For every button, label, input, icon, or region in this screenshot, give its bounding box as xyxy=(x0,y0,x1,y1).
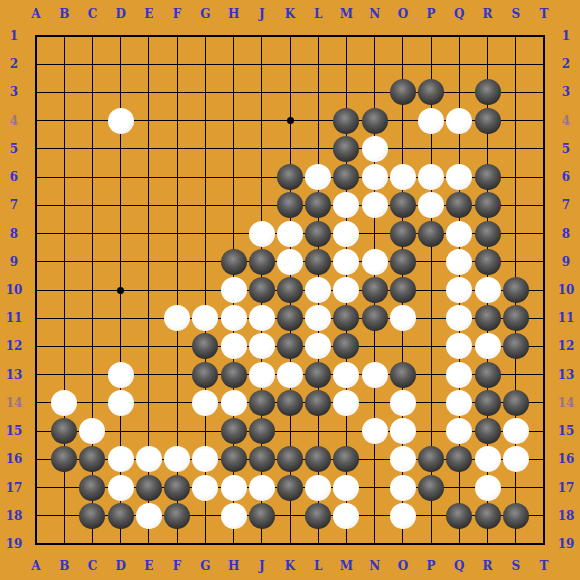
row-label-right: 11 xyxy=(552,310,580,326)
row-label-right: 7 xyxy=(552,197,580,213)
column-label-bottom: Q xyxy=(445,558,473,574)
white-stone xyxy=(503,446,529,472)
white-stone xyxy=(136,503,162,529)
column-label-bottom: K xyxy=(276,558,304,574)
black-stone xyxy=(164,475,190,501)
white-stone xyxy=(277,221,303,247)
white-stone xyxy=(362,249,388,275)
white-stone xyxy=(362,362,388,388)
column-label-bottom: O xyxy=(389,558,417,574)
star-point xyxy=(117,287,124,294)
column-label-bottom: C xyxy=(78,558,106,574)
black-stone xyxy=(475,221,501,247)
white-stone xyxy=(475,277,501,303)
white-stone xyxy=(108,446,134,472)
black-stone xyxy=(390,277,416,303)
white-stone xyxy=(249,362,275,388)
black-stone xyxy=(249,418,275,444)
row-label-left: 2 xyxy=(0,56,28,72)
black-stone xyxy=(475,79,501,105)
white-stone xyxy=(362,418,388,444)
white-stone xyxy=(108,108,134,134)
black-stone xyxy=(390,249,416,275)
white-stone xyxy=(362,164,388,190)
white-stone xyxy=(51,390,77,416)
column-label-bottom: P xyxy=(417,558,445,574)
row-label-right: 4 xyxy=(552,113,580,129)
row-label-right: 5 xyxy=(552,141,580,157)
row-label-left: 5 xyxy=(0,141,28,157)
black-stone xyxy=(475,249,501,275)
column-label-bottom: T xyxy=(530,558,558,574)
column-label-bottom: F xyxy=(163,558,191,574)
white-stone xyxy=(390,503,416,529)
column-label-bottom: A xyxy=(22,558,50,574)
column-label-top: M xyxy=(332,6,360,22)
black-stone xyxy=(277,475,303,501)
white-stone xyxy=(108,390,134,416)
column-label-bottom: S xyxy=(502,558,530,574)
row-label-left: 10 xyxy=(0,282,28,298)
column-label-top: T xyxy=(530,6,558,22)
black-stone xyxy=(305,249,331,275)
black-stone xyxy=(305,503,331,529)
column-label-bottom: D xyxy=(107,558,135,574)
white-stone xyxy=(503,418,529,444)
white-stone xyxy=(249,475,275,501)
white-stone xyxy=(390,164,416,190)
black-stone xyxy=(446,503,472,529)
black-stone xyxy=(475,503,501,529)
row-label-right: 9 xyxy=(552,254,580,270)
black-stone xyxy=(249,390,275,416)
white-stone xyxy=(192,475,218,501)
column-label-top: R xyxy=(474,6,502,22)
black-stone xyxy=(277,390,303,416)
column-label-bottom: B xyxy=(50,558,78,574)
white-stone xyxy=(362,192,388,218)
column-label-top: L xyxy=(304,6,332,22)
column-label-top: P xyxy=(417,6,445,22)
white-stone xyxy=(446,362,472,388)
white-stone xyxy=(221,503,247,529)
row-label-right: 12 xyxy=(552,338,580,354)
column-label-top: C xyxy=(78,6,106,22)
row-label-left: 8 xyxy=(0,226,28,242)
black-stone xyxy=(277,277,303,303)
black-stone xyxy=(221,362,247,388)
column-label-top: B xyxy=(50,6,78,22)
black-stone xyxy=(221,418,247,444)
star-point xyxy=(287,117,294,124)
white-stone xyxy=(390,418,416,444)
column-label-top: G xyxy=(191,6,219,22)
black-stone xyxy=(475,362,501,388)
column-label-top: Q xyxy=(445,6,473,22)
white-stone xyxy=(475,333,501,359)
white-stone xyxy=(418,108,444,134)
row-label-right: 6 xyxy=(552,169,580,185)
white-stone xyxy=(333,221,359,247)
white-stone xyxy=(475,475,501,501)
column-label-top: N xyxy=(361,6,389,22)
column-label-top: E xyxy=(135,6,163,22)
column-label-top: D xyxy=(107,6,135,22)
column-label-top: H xyxy=(220,6,248,22)
black-stone xyxy=(362,277,388,303)
white-stone xyxy=(305,475,331,501)
row-label-right: 10 xyxy=(552,282,580,298)
black-stone xyxy=(475,305,501,331)
row-label-right: 8 xyxy=(552,226,580,242)
white-stone xyxy=(475,446,501,472)
black-stone xyxy=(362,108,388,134)
column-label-bottom: H xyxy=(220,558,248,574)
row-label-left: 18 xyxy=(0,508,28,524)
white-stone xyxy=(446,221,472,247)
black-stone xyxy=(305,362,331,388)
column-label-bottom: J xyxy=(248,558,276,574)
row-label-left: 7 xyxy=(0,197,28,213)
black-stone xyxy=(475,108,501,134)
white-stone xyxy=(390,305,416,331)
black-stone xyxy=(221,249,247,275)
column-label-bottom: L xyxy=(304,558,332,574)
black-stone xyxy=(475,418,501,444)
black-stone xyxy=(136,475,162,501)
column-label-bottom: N xyxy=(361,558,389,574)
column-label-top: A xyxy=(22,6,50,22)
row-label-right: 17 xyxy=(552,480,580,496)
column-label-top: K xyxy=(276,6,304,22)
row-label-left: 16 xyxy=(0,451,28,467)
black-stone xyxy=(418,221,444,247)
black-stone xyxy=(221,446,247,472)
white-stone xyxy=(221,390,247,416)
black-stone xyxy=(249,277,275,303)
white-stone xyxy=(277,362,303,388)
row-label-right: 3 xyxy=(552,84,580,100)
row-label-left: 14 xyxy=(0,395,28,411)
column-label-top: J xyxy=(248,6,276,22)
white-stone xyxy=(446,249,472,275)
white-stone xyxy=(277,249,303,275)
row-label-right: 18 xyxy=(552,508,580,524)
black-stone xyxy=(503,503,529,529)
white-stone xyxy=(390,390,416,416)
row-label-left: 12 xyxy=(0,338,28,354)
white-stone xyxy=(390,475,416,501)
black-stone xyxy=(249,249,275,275)
white-stone xyxy=(221,277,247,303)
white-stone xyxy=(362,136,388,162)
row-label-left: 1 xyxy=(0,28,28,44)
white-stone xyxy=(249,305,275,331)
row-label-left: 9 xyxy=(0,254,28,270)
column-label-top: O xyxy=(389,6,417,22)
row-label-left: 13 xyxy=(0,367,28,383)
black-stone xyxy=(277,164,303,190)
black-stone xyxy=(192,362,218,388)
column-label-bottom: M xyxy=(332,558,360,574)
row-label-left: 6 xyxy=(0,169,28,185)
black-stone xyxy=(503,277,529,303)
black-stone xyxy=(390,221,416,247)
row-label-right: 1 xyxy=(552,28,580,44)
white-stone xyxy=(108,362,134,388)
black-stone xyxy=(475,390,501,416)
black-stone xyxy=(249,446,275,472)
black-stone xyxy=(475,192,501,218)
black-stone xyxy=(362,305,388,331)
row-label-right: 13 xyxy=(552,367,580,383)
row-label-left: 19 xyxy=(0,536,28,552)
black-stone xyxy=(249,503,275,529)
row-label-right: 14 xyxy=(552,395,580,411)
black-stone xyxy=(418,475,444,501)
black-stone xyxy=(305,221,331,247)
white-stone xyxy=(446,108,472,134)
row-label-left: 4 xyxy=(0,113,28,129)
black-stone xyxy=(108,503,134,529)
white-stone xyxy=(221,475,247,501)
black-stone xyxy=(333,108,359,134)
row-label-right: 2 xyxy=(552,56,580,72)
column-label-bottom: E xyxy=(135,558,163,574)
black-stone xyxy=(503,305,529,331)
white-stone xyxy=(108,475,134,501)
white-stone xyxy=(221,333,247,359)
go-board[interactable]: AABBCCDDEEFFGGHHJJKKLLMMNNOOPPQQRRSSTT11… xyxy=(0,0,580,580)
column-label-bottom: G xyxy=(191,558,219,574)
black-stone xyxy=(390,362,416,388)
black-stone xyxy=(475,164,501,190)
black-stone xyxy=(305,390,331,416)
row-label-left: 15 xyxy=(0,423,28,439)
row-label-right: 16 xyxy=(552,451,580,467)
row-label-left: 3 xyxy=(0,84,28,100)
black-stone xyxy=(79,475,105,501)
row-label-right: 15 xyxy=(552,423,580,439)
row-label-left: 11 xyxy=(0,310,28,326)
black-stone xyxy=(503,390,529,416)
column-label-top: S xyxy=(502,6,530,22)
white-stone xyxy=(333,362,359,388)
white-stone xyxy=(221,305,247,331)
column-label-top: F xyxy=(163,6,191,22)
white-stone xyxy=(333,475,359,501)
column-label-bottom: R xyxy=(474,558,502,574)
black-stone xyxy=(164,503,190,529)
row-label-left: 17 xyxy=(0,480,28,496)
white-stone xyxy=(249,221,275,247)
row-label-right: 19 xyxy=(552,536,580,552)
